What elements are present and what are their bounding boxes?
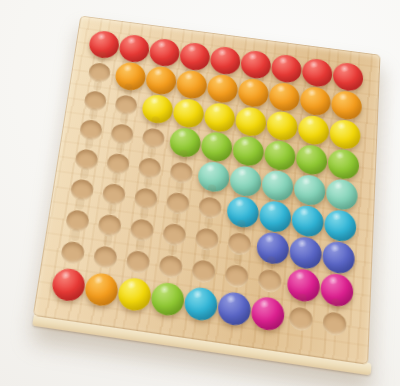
ball-red[interactable] bbox=[178, 41, 210, 72]
ball-orange[interactable] bbox=[237, 77, 269, 109]
ball-red[interactable] bbox=[332, 61, 363, 92]
cell-r6c9 bbox=[323, 208, 357, 244]
cell-r9c5 bbox=[182, 286, 219, 324]
ball-blue[interactable] bbox=[321, 239, 355, 275]
ball-orange[interactable] bbox=[175, 69, 208, 100]
cell-r6c8 bbox=[290, 204, 325, 240]
ball-blue[interactable] bbox=[216, 290, 251, 327]
cell-r7c9 bbox=[321, 240, 356, 277]
ball-yellow[interactable] bbox=[116, 276, 152, 313]
cell-r2c4 bbox=[174, 69, 208, 101]
cell-r3c8 bbox=[296, 114, 329, 148]
cell-r9c9 bbox=[317, 305, 353, 344]
cell-r1c3 bbox=[147, 37, 181, 69]
empty-divot[interactable] bbox=[258, 268, 282, 293]
cell-r1c5 bbox=[208, 45, 241, 77]
ball-red[interactable] bbox=[148, 37, 181, 68]
bead-board bbox=[33, 16, 381, 365]
cell-r2c5 bbox=[205, 73, 239, 106]
ball-red[interactable] bbox=[50, 266, 87, 302]
cell-r3c5 bbox=[202, 101, 236, 134]
ball-green[interactable] bbox=[231, 134, 264, 167]
cell-r5c8 bbox=[292, 173, 326, 208]
ball-mint[interactable] bbox=[325, 177, 358, 211]
ball-yellow[interactable] bbox=[234, 105, 267, 137]
cell-r2c3 bbox=[143, 65, 177, 97]
cell-r2c6 bbox=[236, 77, 269, 110]
empty-divot[interactable] bbox=[93, 245, 118, 270]
cell-r5c6 bbox=[228, 164, 263, 199]
cell-r5c9 bbox=[324, 177, 358, 212]
cell-r3c9 bbox=[328, 118, 361, 152]
cell-r1c8 bbox=[300, 57, 333, 89]
ball-orange[interactable] bbox=[299, 85, 331, 117]
cell-r8c3 bbox=[120, 244, 157, 281]
ball-green[interactable] bbox=[263, 138, 296, 171]
ball-yellow[interactable] bbox=[265, 109, 298, 141]
cell-r9c8 bbox=[283, 300, 319, 339]
empty-divot[interactable] bbox=[158, 254, 183, 279]
cell-r2c8 bbox=[298, 85, 331, 118]
cell-r9c1 bbox=[49, 267, 87, 305]
ball-green[interactable] bbox=[199, 130, 232, 163]
cell-r1c9 bbox=[331, 61, 363, 93]
ball-red[interactable] bbox=[209, 45, 241, 76]
ball-green[interactable] bbox=[295, 143, 328, 176]
cell-r9c3 bbox=[115, 276, 152, 314]
ball-cyan[interactable] bbox=[290, 203, 323, 238]
cell-r8c6 bbox=[219, 258, 255, 295]
cell-r8c4 bbox=[152, 248, 188, 285]
cell-r9c7 bbox=[249, 295, 285, 333]
ball-magenta[interactable] bbox=[250, 295, 285, 332]
ball-mint[interactable] bbox=[228, 164, 262, 198]
cell-r4c9 bbox=[326, 147, 359, 181]
ball-yellow[interactable] bbox=[297, 113, 329, 145]
cell-r9c6 bbox=[215, 290, 251, 328]
photo-scene bbox=[0, 0, 400, 386]
cell-r8c5 bbox=[186, 253, 222, 290]
board-grid bbox=[49, 29, 364, 343]
cell-r9c4 bbox=[149, 281, 186, 319]
ball-mint[interactable] bbox=[293, 173, 326, 207]
cell-r8c7 bbox=[252, 262, 288, 299]
ball-orange[interactable] bbox=[144, 64, 177, 95]
cell-r3c7 bbox=[265, 110, 299, 143]
ball-yellow[interactable] bbox=[171, 97, 204, 129]
ball-green[interactable] bbox=[149, 280, 185, 317]
ball-yellow[interactable] bbox=[328, 118, 360, 151]
cell-r3c6 bbox=[233, 105, 267, 138]
cell-r4c6 bbox=[231, 135, 265, 169]
cell-r8c1 bbox=[54, 235, 91, 272]
ball-orange[interactable] bbox=[83, 271, 119, 307]
ball-red[interactable] bbox=[270, 53, 302, 84]
cell-r4c5 bbox=[199, 130, 233, 164]
ball-red[interactable] bbox=[301, 57, 333, 88]
cell-r3c4 bbox=[171, 97, 205, 130]
ball-cyan[interactable] bbox=[323, 208, 356, 243]
ball-orange[interactable] bbox=[268, 81, 300, 113]
cell-r2c7 bbox=[267, 81, 300, 114]
ball-cyan[interactable] bbox=[258, 199, 292, 234]
ball-blue[interactable] bbox=[288, 235, 322, 271]
ball-green[interactable] bbox=[327, 147, 359, 180]
ball-mint[interactable] bbox=[260, 168, 293, 202]
ball-orange[interactable] bbox=[330, 89, 362, 121]
cell-r4c7 bbox=[262, 139, 296, 173]
ball-red[interactable] bbox=[239, 49, 271, 80]
ball-cyan[interactable] bbox=[183, 285, 218, 322]
cell-r5c7 bbox=[260, 169, 294, 204]
cell-r7c8 bbox=[288, 235, 323, 272]
empty-divot[interactable] bbox=[322, 311, 346, 337]
ball-red[interactable] bbox=[117, 33, 150, 64]
empty-divot[interactable] bbox=[191, 259, 216, 284]
cell-r2c9 bbox=[330, 89, 363, 122]
cell-r9c2 bbox=[82, 271, 119, 309]
empty-divot[interactable] bbox=[289, 306, 314, 332]
ball-orange[interactable] bbox=[206, 73, 239, 104]
empty-divot[interactable] bbox=[60, 240, 86, 265]
empty-divot[interactable] bbox=[224, 264, 249, 289]
cell-r8c2 bbox=[87, 239, 124, 276]
cell-r1c7 bbox=[270, 53, 303, 85]
cell-r4c8 bbox=[294, 143, 328, 177]
cell-r1c4 bbox=[178, 41, 212, 73]
empty-divot[interactable] bbox=[125, 250, 150, 275]
cell-r6c7 bbox=[257, 199, 292, 235]
ball-yellow[interactable] bbox=[203, 101, 236, 133]
cell-r1c2 bbox=[117, 33, 151, 65]
cell-r1c6 bbox=[239, 49, 272, 81]
